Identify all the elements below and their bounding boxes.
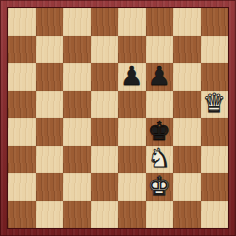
square-g3[interactable] — [173, 146, 201, 174]
square-e6[interactable]: ♟ — [118, 63, 146, 91]
square-c2[interactable] — [63, 173, 91, 201]
square-g1[interactable] — [173, 201, 201, 229]
white-king[interactable]: ♚ — [148, 173, 171, 199]
square-c7[interactable] — [63, 36, 91, 64]
square-d7[interactable] — [91, 36, 119, 64]
square-g2[interactable] — [173, 173, 201, 201]
square-c6[interactable] — [63, 63, 91, 91]
square-h7[interactable] — [201, 36, 229, 64]
square-c1[interactable] — [63, 201, 91, 229]
square-c3[interactable] — [63, 146, 91, 174]
square-e8[interactable] — [118, 8, 146, 36]
square-e5[interactable] — [118, 91, 146, 119]
square-d4[interactable] — [91, 118, 119, 146]
square-c8[interactable] — [63, 8, 91, 36]
square-e1[interactable] — [118, 201, 146, 229]
black-pawn[interactable]: ♟ — [120, 63, 143, 89]
square-b4[interactable] — [36, 118, 64, 146]
square-g8[interactable] — [173, 8, 201, 36]
square-h4[interactable] — [201, 118, 229, 146]
square-a8[interactable] — [8, 8, 36, 36]
square-f5[interactable] — [146, 91, 174, 119]
square-h1[interactable] — [201, 201, 229, 229]
chess-board: ♟♟♛♚♞♚ — [7, 7, 229, 229]
square-g4[interactable] — [173, 118, 201, 146]
square-b8[interactable] — [36, 8, 64, 36]
square-e3[interactable] — [118, 146, 146, 174]
square-a3[interactable] — [8, 146, 36, 174]
square-h2[interactable] — [201, 173, 229, 201]
square-a7[interactable] — [8, 36, 36, 64]
square-f2[interactable]: ♚ — [146, 173, 174, 201]
square-d5[interactable] — [91, 91, 119, 119]
square-d2[interactable] — [91, 173, 119, 201]
square-a5[interactable] — [8, 91, 36, 119]
black-king[interactable]: ♚ — [148, 118, 171, 144]
black-pawn[interactable]: ♟ — [148, 63, 171, 89]
square-a6[interactable] — [8, 63, 36, 91]
square-f8[interactable] — [146, 8, 174, 36]
square-d1[interactable] — [91, 201, 119, 229]
square-f1[interactable] — [146, 201, 174, 229]
square-e2[interactable] — [118, 173, 146, 201]
square-b5[interactable] — [36, 91, 64, 119]
square-e4[interactable] — [118, 118, 146, 146]
square-a4[interactable] — [8, 118, 36, 146]
square-b7[interactable] — [36, 36, 64, 64]
square-c5[interactable] — [63, 91, 91, 119]
square-a1[interactable] — [8, 201, 36, 229]
square-b6[interactable] — [36, 63, 64, 91]
square-g7[interactable] — [173, 36, 201, 64]
square-f3[interactable]: ♞ — [146, 146, 174, 174]
square-g5[interactable] — [173, 91, 201, 119]
square-h5[interactable]: ♛ — [201, 91, 229, 119]
chess-board-frame: ♟♟♛♚♞♚ — [0, 0, 236, 236]
square-f7[interactable] — [146, 36, 174, 64]
square-b2[interactable] — [36, 173, 64, 201]
square-d6[interactable] — [91, 63, 119, 91]
square-c4[interactable] — [63, 118, 91, 146]
square-g6[interactable] — [173, 63, 201, 91]
square-b3[interactable] — [36, 146, 64, 174]
square-h6[interactable] — [201, 63, 229, 91]
square-h8[interactable] — [201, 8, 229, 36]
square-b1[interactable] — [36, 201, 64, 229]
white-queen[interactable]: ♛ — [203, 90, 226, 116]
square-d3[interactable] — [91, 146, 119, 174]
square-d8[interactable] — [91, 8, 119, 36]
square-f6[interactable]: ♟ — [146, 63, 174, 91]
square-f4[interactable]: ♚ — [146, 118, 174, 146]
white-knight[interactable]: ♞ — [148, 145, 171, 171]
square-a2[interactable] — [8, 173, 36, 201]
square-h3[interactable] — [201, 146, 229, 174]
square-e7[interactable] — [118, 36, 146, 64]
